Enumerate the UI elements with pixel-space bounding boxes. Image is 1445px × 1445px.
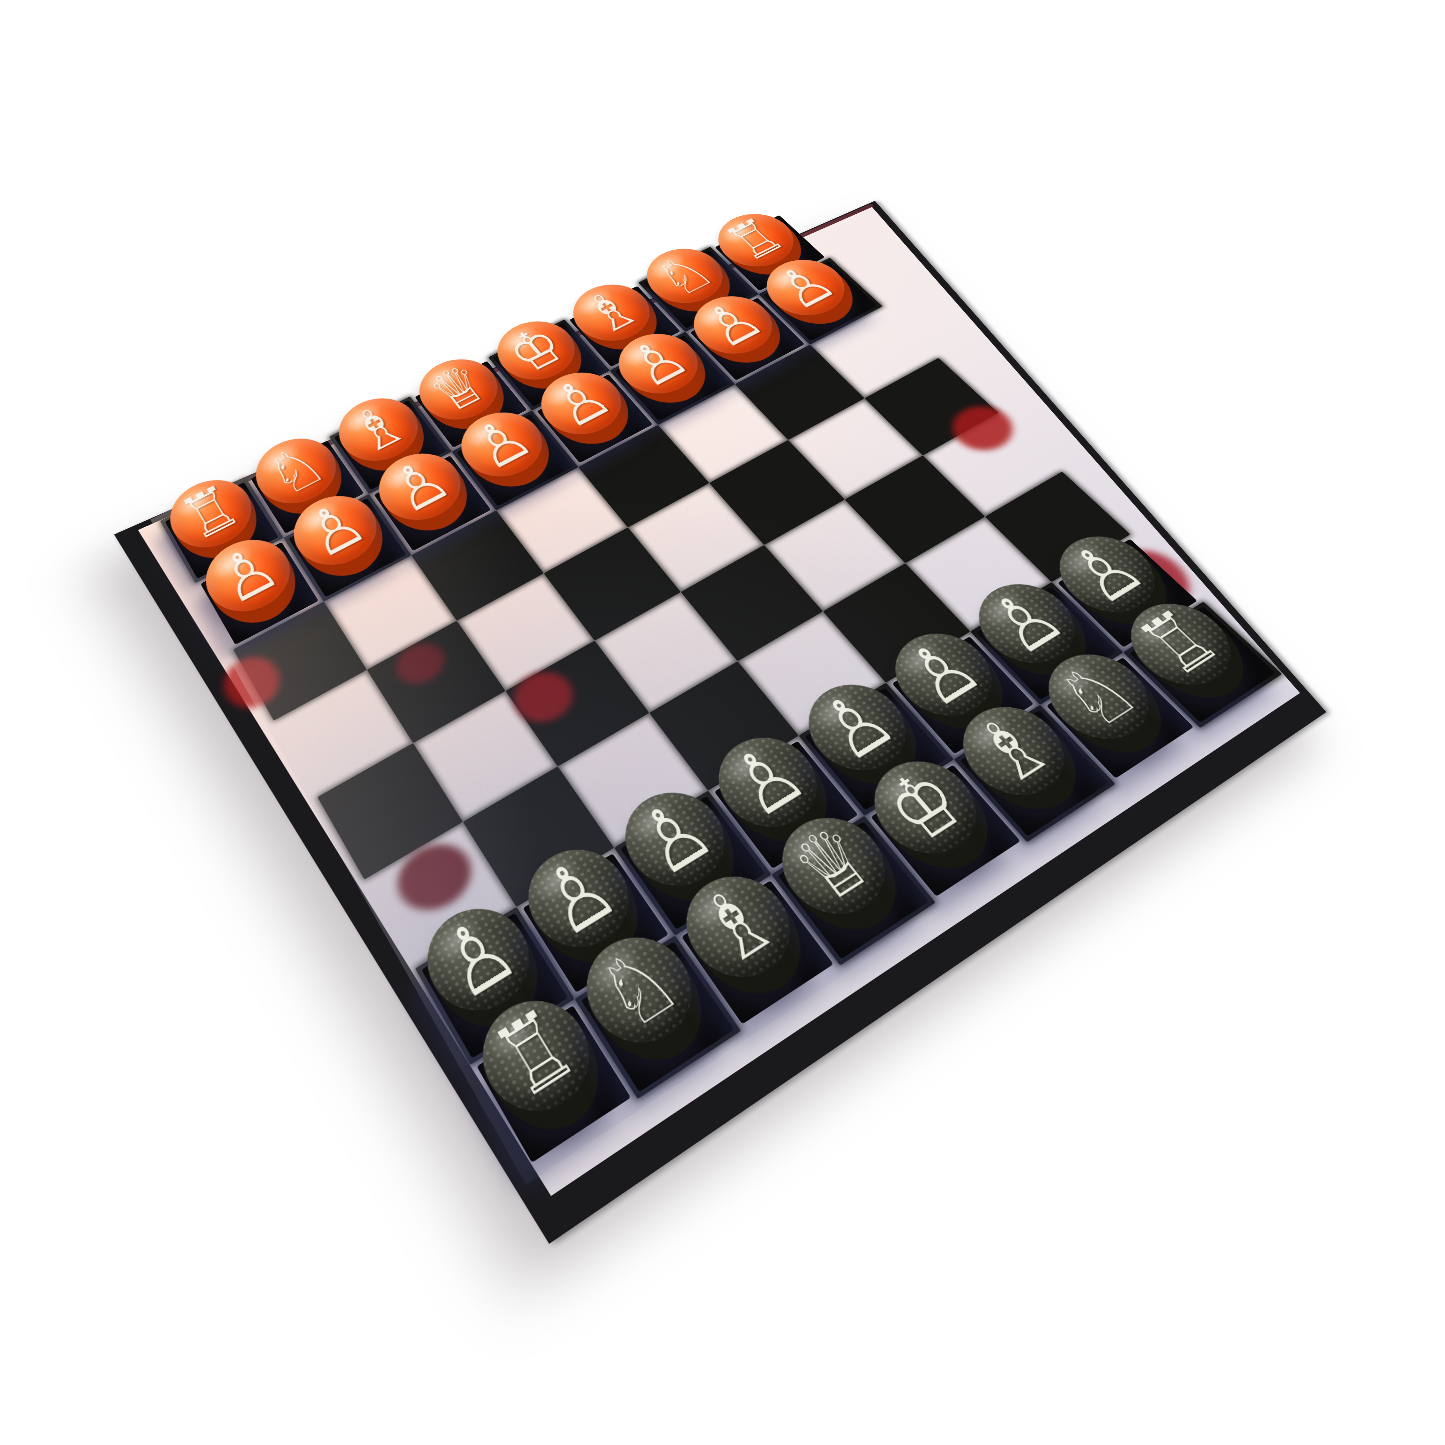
pawn-glyph: ♙ [891,628,995,719]
pawn-glyph: ♙ [804,679,908,774]
board-grid-plane: ♖♘♗♕♔♗♘♖♙♙♙♙♙♙♙♙♙♙♙♙♙♙♙♙♖♘♗♕♔♗♘♖ [160,212,1282,1170]
photo-scene: ♖♘♗♕♔♗♘♖♙♙♙♙♙♙♙♙♙♙♙♙♙♙♙♙♖♘♗♕♔♗♘♖ [0,0,1445,1445]
rook-glyph: ♖ [172,476,250,550]
knight-glyph: ♘ [256,434,334,506]
pieces-layer: ♖♘♗♕♔♗♘♖♙♙♙♙♙♙♙♙♙♙♙♙♙♙♙♙♖♘♗♕♔♗♘♖ [160,212,1282,1170]
pawn-glyph: ♙ [715,732,819,831]
bishop-glyph: ♗ [339,394,418,463]
